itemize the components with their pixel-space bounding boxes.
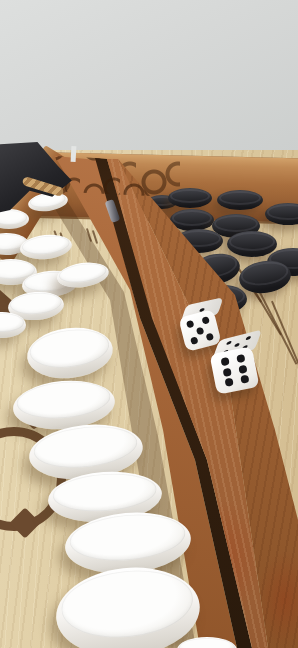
black-checker[interactable]	[227, 231, 277, 257]
die-pip	[221, 357, 230, 366]
wall-background	[0, 0, 298, 170]
black-checker[interactable]	[217, 190, 263, 210]
die-front-face	[209, 346, 259, 394]
die-2[interactable]	[206, 334, 269, 400]
die-pip	[186, 320, 194, 328]
die-pip	[190, 336, 198, 344]
die-pip	[236, 354, 245, 363]
die-pip	[226, 340, 232, 345]
backgammon-photo	[0, 0, 298, 648]
die-pip	[196, 326, 204, 334]
die-pip	[225, 378, 234, 387]
die-pip	[201, 316, 209, 324]
die-pip	[223, 367, 232, 376]
die-pip	[238, 364, 247, 373]
die-pip	[245, 335, 251, 340]
die-pip	[240, 375, 249, 384]
black-checker[interactable]	[168, 188, 212, 208]
die-pip	[234, 343, 240, 348]
